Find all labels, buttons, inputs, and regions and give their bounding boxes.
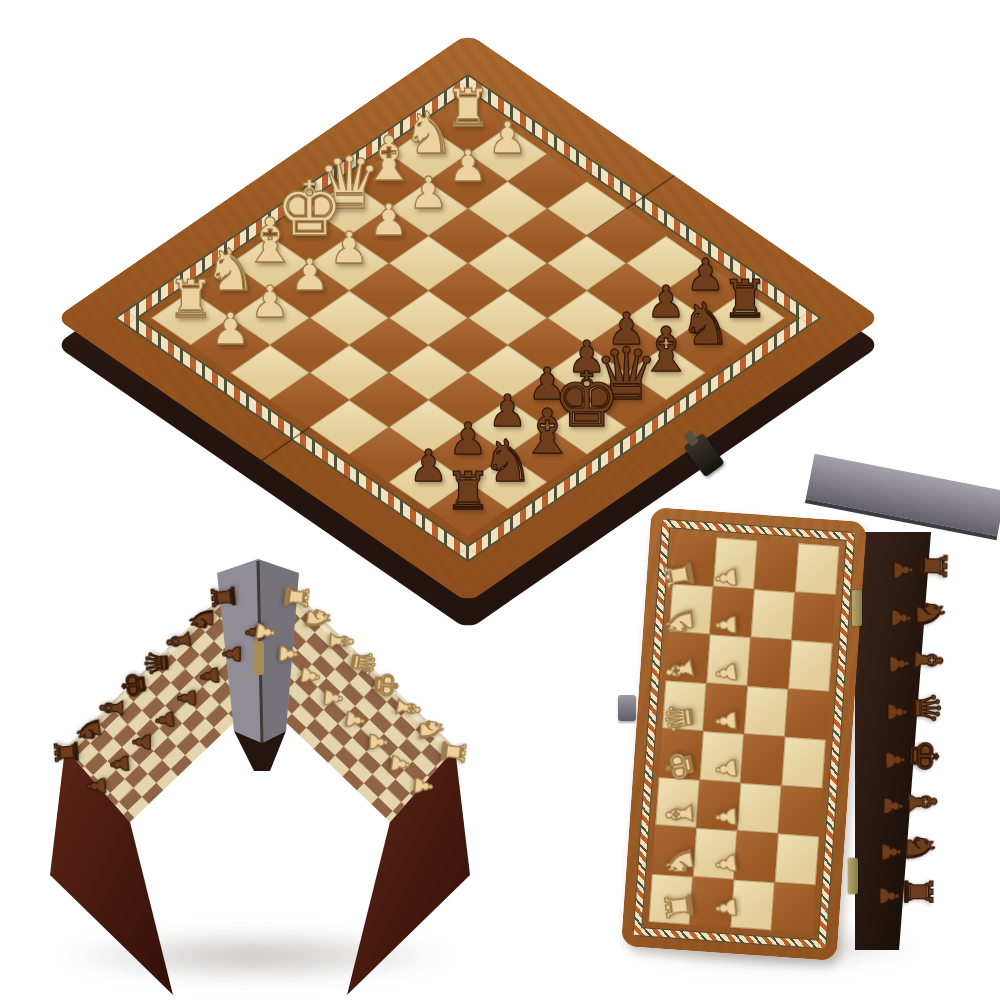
hinge-brass-icon — [848, 858, 858, 894]
vertical-square-e3 — [741, 734, 785, 785]
piece-white-p-g2: ♟ — [250, 280, 289, 324]
magnetic-piece-black-p: ♟ — [175, 687, 200, 709]
magnetic-piece-black-q: ♛ — [907, 691, 946, 726]
vertical-square-f4 — [778, 785, 822, 836]
piece-white-p-c2: ♟ — [409, 171, 448, 215]
tent-folded-view: ♜♞♝♛♚♝♞♜♟♟♟♟♟♟♟♟♜♞♝♛♚♝♞♜♟♟♟♟♟♟♟♟ — [10, 545, 510, 1000]
vertical-square-f3 — [737, 782, 781, 833]
magnetic-piece-black-p: ♟ — [878, 840, 904, 864]
magnetic-piece-white-p: ♟ — [711, 755, 741, 782]
magnetic-piece-white-p: ♟ — [711, 659, 741, 687]
vertical-square-g4 — [775, 834, 819, 885]
magnetic-piece-white-k: ♚ — [659, 747, 700, 786]
vertical-square-d3 — [744, 686, 788, 737]
magnetic-piece-black-p: ♟ — [220, 643, 244, 665]
vertical-square-d4 — [785, 688, 829, 739]
piece-white-p-a2: ♟ — [488, 116, 527, 160]
tent-hinge-brass-icon — [253, 641, 264, 675]
piece-white-p-f2: ♟ — [290, 253, 329, 297]
magnetic-piece-white-n: ♞ — [660, 604, 699, 640]
magnetic-piece-black-n: ♞ — [910, 596, 949, 631]
piece-white-p-h2: ♟ — [211, 307, 250, 351]
magnetic-piece-black-p: ♟ — [130, 731, 154, 753]
piece-black-p-h7: ♟ — [409, 444, 448, 488]
piece-white-r-h1: ♜ — [168, 273, 215, 325]
magnetic-piece-white-p: ♟ — [365, 731, 390, 754]
magnetic-piece-black-p: ♟ — [885, 652, 912, 677]
vertical-square-e4 — [782, 737, 826, 788]
magnetic-piece-white-p: ♟ — [252, 620, 279, 645]
side-latch-icon — [618, 695, 636, 721]
magnetic-piece-white-p: ♟ — [387, 752, 414, 777]
magnetic-piece-white-r: ♜ — [660, 888, 700, 924]
magnetic-piece-white-r: ♜ — [659, 556, 700, 594]
piece-white-p-d2: ♟ — [369, 198, 408, 242]
magnetic-piece-white-p: ♟ — [712, 612, 740, 637]
magnetic-piece-black-p: ♟ — [152, 708, 178, 732]
magnetic-piece-black-r: ♜ — [51, 737, 84, 767]
magnetic-piece-white-b: ♝ — [661, 796, 700, 831]
magnetic-piece-black-p: ♟ — [882, 748, 909, 772]
magnetic-piece-black-p: ♟ — [197, 664, 224, 689]
magnetic-piece-white-p: ♟ — [712, 708, 741, 734]
magnetic-piece-white-p: ♟ — [711, 565, 740, 592]
vertical-square-b4 — [792, 592, 836, 643]
vertical-square-b3 — [751, 589, 795, 640]
magnetic-piece-black-p: ♟ — [880, 794, 907, 818]
magnetic-piece-black-p: ♟ — [84, 775, 109, 798]
magnetic-piece-white-p: ♟ — [296, 663, 323, 688]
magnetic-piece-white-n: ♞ — [659, 843, 700, 881]
product-photo-folding-chess-set: { "game": "chess", "subject": "folding m… — [0, 0, 1000, 1000]
magnetic-piece-black-p: ♟ — [107, 752, 133, 776]
vertical-square-a3 — [754, 540, 798, 591]
magnetic-piece-white-p: ♟ — [275, 642, 300, 665]
vertical-folded-view: ♜♞♝♛♚♝♞♜♟♟♟♟♟♟♟♟♜♞♝♛♚♝♞♜♟♟♟♟♟♟♟♟ — [600, 470, 1000, 1000]
vertical-square-c3 — [747, 637, 791, 688]
magnetic-piece-white-p: ♟ — [711, 850, 741, 878]
magnetic-piece-white-p: ♟ — [341, 707, 368, 732]
piece-white-p-e2: ♟ — [329, 226, 368, 270]
magnetic-piece-black-p: ♟ — [888, 606, 915, 630]
vertical-square-h4 — [771, 882, 815, 933]
magnetic-piece-white-p: ♟ — [410, 774, 436, 798]
piece-black-r-h8: ♜ — [445, 465, 492, 517]
tent-structure — [10, 545, 510, 1000]
magnetic-piece-black-r: ♜ — [899, 875, 937, 909]
piece-white-p-b2: ♟ — [448, 144, 487, 188]
magnetic-piece-white-r: ♜ — [436, 736, 470, 767]
magnetic-piece-white-q: ♛ — [660, 700, 700, 736]
magnetic-piece-white-p: ♟ — [711, 895, 740, 921]
magnetic-piece-white-p: ♟ — [712, 804, 740, 830]
magnetic-piece-black-p: ♟ — [884, 700, 910, 724]
vertical-square-a4 — [795, 543, 839, 594]
magnetic-piece-black-p: ♟ — [890, 558, 917, 582]
hinge-brass-icon — [852, 590, 862, 626]
magnetic-piece-black-p: ♟ — [876, 884, 902, 908]
vertical-square-c4 — [788, 640, 832, 691]
